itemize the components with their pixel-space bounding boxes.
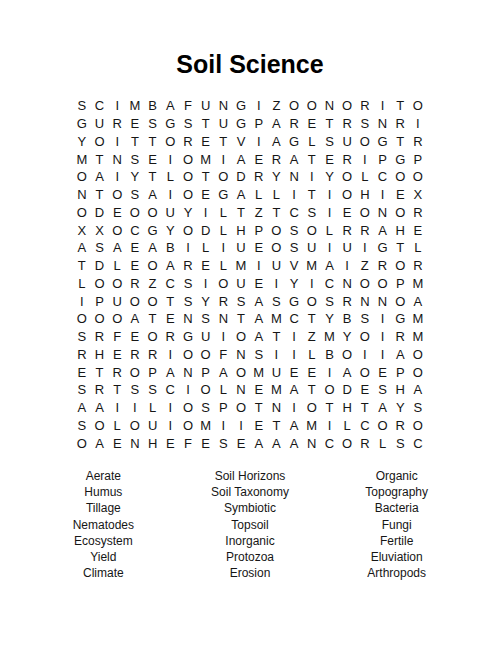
grid-cell[interactable]: R: [409, 204, 427, 222]
grid-cell[interactable]: E: [126, 328, 144, 346]
grid-cell[interactable]: L: [108, 417, 126, 435]
grid-cell[interactable]: A: [232, 186, 250, 204]
grid-cell[interactable]: L: [409, 239, 427, 257]
grid-cell[interactable]: L: [73, 275, 91, 293]
grid-cell[interactable]: I: [374, 310, 392, 328]
grid-cell[interactable]: O: [91, 417, 109, 435]
grid-cell[interactable]: E: [108, 204, 126, 222]
grid-cell[interactable]: O: [179, 221, 197, 239]
grid-cell[interactable]: M: [250, 363, 268, 381]
grid-cell[interactable]: I: [285, 399, 303, 417]
grid-cell[interactable]: R: [250, 168, 268, 186]
grid-cell[interactable]: O: [91, 275, 109, 293]
grid-cell[interactable]: L: [144, 399, 162, 417]
grid-cell[interactable]: H: [91, 346, 109, 364]
grid-cell[interactable]: I: [108, 399, 126, 417]
grid-cell[interactable]: R: [356, 97, 374, 115]
grid-cell[interactable]: C: [161, 381, 179, 399]
grid-cell[interactable]: N: [73, 186, 91, 204]
grid-cell[interactable]: I: [409, 115, 427, 133]
grid-cell[interactable]: S: [285, 239, 303, 257]
grid-cell[interactable]: N: [268, 399, 286, 417]
grid-cell[interactable]: I: [161, 417, 179, 435]
grid-cell[interactable]: C: [374, 168, 392, 186]
grid-cell[interactable]: A: [91, 399, 109, 417]
grid-cell[interactable]: P: [197, 363, 215, 381]
grid-cell[interactable]: Y: [321, 168, 339, 186]
grid-cell[interactable]: C: [161, 275, 179, 293]
grid-cell[interactable]: E: [197, 257, 215, 275]
grid-cell[interactable]: H: [391, 381, 409, 399]
grid-cell[interactable]: I: [321, 186, 339, 204]
grid-cell[interactable]: I: [215, 328, 233, 346]
grid-cell[interactable]: M: [126, 97, 144, 115]
grid-cell[interactable]: S: [197, 310, 215, 328]
grid-cell[interactable]: S: [232, 292, 250, 310]
grid-cell[interactable]: E: [409, 221, 427, 239]
grid-cell[interactable]: I: [285, 346, 303, 364]
grid-cell[interactable]: O: [303, 221, 321, 239]
grid-cell[interactable]: X: [409, 186, 427, 204]
grid-cell[interactable]: S: [144, 115, 162, 133]
grid-cell[interactable]: Z: [303, 328, 321, 346]
grid-cell[interactable]: A: [232, 150, 250, 168]
grid-cell[interactable]: E: [197, 133, 215, 151]
grid-cell[interactable]: E: [197, 434, 215, 452]
grid-cell[interactable]: O: [356, 363, 374, 381]
grid-cell[interactable]: O: [338, 97, 356, 115]
grid-cell[interactable]: E: [303, 363, 321, 381]
grid-cell[interactable]: U: [268, 257, 286, 275]
grid-cell[interactable]: E: [161, 434, 179, 452]
grid-cell[interactable]: I: [356, 239, 374, 257]
grid-cell[interactable]: U: [338, 133, 356, 151]
grid-cell[interactable]: M: [303, 417, 321, 435]
grid-cell[interactable]: N: [338, 275, 356, 293]
grid-cell[interactable]: L: [268, 186, 286, 204]
grid-cell[interactable]: O: [356, 133, 374, 151]
grid-cell[interactable]: A: [285, 434, 303, 452]
grid-cell[interactable]: O: [126, 204, 144, 222]
grid-cell[interactable]: R: [338, 115, 356, 133]
grid-cell[interactable]: U: [268, 363, 286, 381]
grid-cell[interactable]: C: [321, 275, 339, 293]
grid-cell[interactable]: T: [91, 363, 109, 381]
grid-cell[interactable]: Y: [321, 310, 339, 328]
grid-cell[interactable]: N: [374, 204, 392, 222]
grid-cell[interactable]: O: [73, 204, 91, 222]
grid-cell[interactable]: L: [215, 204, 233, 222]
grid-cell[interactable]: S: [215, 434, 233, 452]
grid-cell[interactable]: D: [197, 221, 215, 239]
grid-cell[interactable]: G: [285, 133, 303, 151]
grid-cell[interactable]: E: [73, 363, 91, 381]
grid-cell[interactable]: O: [108, 275, 126, 293]
grid-cell[interactable]: A: [268, 133, 286, 151]
grid-cell[interactable]: T: [232, 310, 250, 328]
grid-cell[interactable]: E: [197, 186, 215, 204]
grid-cell[interactable]: G: [374, 239, 392, 257]
grid-cell[interactable]: A: [108, 239, 126, 257]
grid-cell[interactable]: E: [108, 346, 126, 364]
grid-cell[interactable]: N: [285, 168, 303, 186]
grid-cell[interactable]: A: [144, 239, 162, 257]
grid-cell[interactable]: I: [303, 168, 321, 186]
grid-cell[interactable]: T: [268, 204, 286, 222]
grid-cell[interactable]: V: [285, 257, 303, 275]
grid-cell[interactable]: L: [197, 239, 215, 257]
grid-cell[interactable]: N: [215, 97, 233, 115]
grid-cell[interactable]: I: [285, 186, 303, 204]
grid-cell[interactable]: H: [144, 434, 162, 452]
grid-cell[interactable]: M: [409, 310, 427, 328]
grid-cell[interactable]: S: [73, 328, 91, 346]
grid-cell[interactable]: R: [73, 346, 91, 364]
grid-cell[interactable]: T: [91, 150, 109, 168]
grid-cell[interactable]: R: [338, 221, 356, 239]
grid-cell[interactable]: O: [391, 257, 409, 275]
grid-cell[interactable]: P: [391, 275, 409, 293]
grid-cell[interactable]: I: [321, 417, 339, 435]
grid-cell[interactable]: A: [91, 434, 109, 452]
grid-cell[interactable]: S: [179, 292, 197, 310]
grid-cell[interactable]: A: [409, 381, 427, 399]
grid-cell[interactable]: O: [232, 363, 250, 381]
grid-cell[interactable]: M: [197, 417, 215, 435]
grid-cell[interactable]: G: [215, 186, 233, 204]
grid-cell[interactable]: Y: [73, 133, 91, 151]
grid-cell[interactable]: S: [321, 292, 339, 310]
grid-cell[interactable]: E: [126, 239, 144, 257]
grid-cell[interactable]: P: [250, 115, 268, 133]
grid-cell[interactable]: L: [356, 168, 374, 186]
grid-cell[interactable]: T: [391, 239, 409, 257]
grid-cell[interactable]: R: [91, 381, 109, 399]
grid-cell[interactable]: R: [356, 221, 374, 239]
grid-cell[interactable]: R: [391, 417, 409, 435]
grid-cell[interactable]: S: [126, 381, 144, 399]
grid-cell[interactable]: O: [73, 434, 91, 452]
grid-cell[interactable]: M: [268, 310, 286, 328]
grid-cell[interactable]: A: [321, 257, 339, 275]
grid-cell[interactable]: I: [374, 186, 392, 204]
grid-cell[interactable]: S: [179, 275, 197, 293]
grid-cell[interactable]: E: [108, 434, 126, 452]
grid-cell[interactable]: A: [409, 292, 427, 310]
grid-cell[interactable]: B: [144, 97, 162, 115]
grid-cell[interactable]: A: [285, 381, 303, 399]
grid-cell[interactable]: I: [321, 239, 339, 257]
grid-cell[interactable]: T: [73, 257, 91, 275]
grid-cell[interactable]: C: [285, 204, 303, 222]
grid-cell[interactable]: I: [108, 97, 126, 115]
grid-cell[interactable]: L: [215, 257, 233, 275]
grid-cell[interactable]: I: [215, 150, 233, 168]
grid-cell[interactable]: R: [409, 133, 427, 151]
grid-cell[interactable]: R: [144, 346, 162, 364]
grid-cell[interactable]: O: [409, 168, 427, 186]
grid-cell[interactable]: O: [144, 328, 162, 346]
grid-cell[interactable]: X: [91, 221, 109, 239]
grid-cell[interactable]: P: [144, 363, 162, 381]
grid-cell[interactable]: L: [303, 133, 321, 151]
grid-cell[interactable]: O: [303, 292, 321, 310]
grid-cell[interactable]: S: [321, 133, 339, 151]
grid-cell[interactable]: H: [391, 221, 409, 239]
grid-cell[interactable]: R: [338, 292, 356, 310]
grid-cell[interactable]: S: [73, 97, 91, 115]
grid-cell[interactable]: R: [285, 115, 303, 133]
grid-cell[interactable]: Y: [338, 328, 356, 346]
grid-cell[interactable]: T: [91, 186, 109, 204]
grid-cell[interactable]: R: [374, 257, 392, 275]
grid-cell[interactable]: I: [161, 399, 179, 417]
grid-cell[interactable]: H: [232, 221, 250, 239]
grid-cell[interactable]: A: [161, 257, 179, 275]
grid-cell[interactable]: I: [179, 381, 197, 399]
grid-cell[interactable]: T: [144, 168, 162, 186]
grid-cell[interactable]: C: [126, 221, 144, 239]
grid-cell[interactable]: O: [179, 186, 197, 204]
grid-cell[interactable]: E: [338, 204, 356, 222]
grid-cell[interactable]: R: [179, 257, 197, 275]
grid-cell[interactable]: T: [303, 150, 321, 168]
grid-cell[interactable]: E: [285, 363, 303, 381]
grid-cell[interactable]: O: [179, 346, 197, 364]
grid-cell[interactable]: F: [179, 97, 197, 115]
grid-cell[interactable]: O: [338, 434, 356, 452]
grid-cell[interactable]: H: [338, 399, 356, 417]
grid-cell[interactable]: B: [321, 346, 339, 364]
grid-cell[interactable]: T: [250, 399, 268, 417]
grid-cell[interactable]: A: [91, 168, 109, 186]
grid-cell[interactable]: E: [250, 417, 268, 435]
grid-cell[interactable]: O: [91, 310, 109, 328]
grid-cell[interactable]: R: [356, 434, 374, 452]
grid-cell[interactable]: I: [126, 399, 144, 417]
grid-cell[interactable]: E: [356, 381, 374, 399]
grid-cell[interactable]: G: [161, 115, 179, 133]
grid-cell[interactable]: T: [108, 381, 126, 399]
grid-cell[interactable]: S: [285, 221, 303, 239]
grid-cell[interactable]: Y: [285, 275, 303, 293]
grid-cell[interactable]: L: [215, 381, 233, 399]
grid-cell[interactable]: N: [108, 150, 126, 168]
grid-cell[interactable]: T: [197, 115, 215, 133]
grid-cell[interactable]: I: [215, 417, 233, 435]
grid-cell[interactable]: U: [161, 204, 179, 222]
grid-cell[interactable]: T: [161, 292, 179, 310]
grid-cell[interactable]: I: [197, 204, 215, 222]
grid-cell[interactable]: O: [338, 168, 356, 186]
grid-cell[interactable]: Y: [197, 292, 215, 310]
grid-cell[interactable]: F: [179, 434, 197, 452]
grid-cell[interactable]: D: [91, 204, 109, 222]
grid-cell[interactable]: A: [215, 363, 233, 381]
grid-cell[interactable]: I: [232, 417, 250, 435]
grid-cell[interactable]: M: [268, 381, 286, 399]
grid-cell[interactable]: O: [268, 239, 286, 257]
grid-cell[interactable]: T: [391, 133, 409, 151]
grid-cell[interactable]: O: [409, 417, 427, 435]
grid-cell[interactable]: N: [374, 292, 392, 310]
grid-cell[interactable]: A: [250, 434, 268, 452]
grid-cell[interactable]: D: [91, 257, 109, 275]
grid-cell[interactable]: N: [232, 381, 250, 399]
grid-cell[interactable]: T: [303, 186, 321, 204]
grid-cell[interactable]: F: [108, 328, 126, 346]
grid-cell[interactable]: E: [250, 150, 268, 168]
grid-cell[interactable]: F: [215, 346, 233, 364]
grid-cell[interactable]: T: [303, 381, 321, 399]
grid-cell[interactable]: E: [321, 150, 339, 168]
grid-cell[interactable]: O: [179, 417, 197, 435]
grid-cell[interactable]: S: [91, 239, 109, 257]
grid-cell[interactable]: L: [374, 434, 392, 452]
grid-cell[interactable]: O: [126, 292, 144, 310]
grid-cell[interactable]: R: [268, 150, 286, 168]
grid-cell[interactable]: R: [409, 257, 427, 275]
grid-cell[interactable]: C: [321, 434, 339, 452]
grid-cell[interactable]: I: [250, 97, 268, 115]
grid-cell[interactable]: O: [108, 221, 126, 239]
grid-cell[interactable]: T: [268, 417, 286, 435]
grid-cell[interactable]: Y: [391, 399, 409, 417]
grid-cell[interactable]: O: [391, 204, 409, 222]
grid-cell[interactable]: O: [126, 363, 144, 381]
grid-cell[interactable]: O: [391, 292, 409, 310]
grid-cell[interactable]: R: [126, 346, 144, 364]
grid-cell[interactable]: E: [391, 186, 409, 204]
grid-cell[interactable]: O: [409, 97, 427, 115]
grid-cell[interactable]: P: [215, 399, 233, 417]
grid-cell[interactable]: U: [215, 115, 233, 133]
grid-cell[interactable]: E: [144, 150, 162, 168]
grid-cell[interactable]: Y: [268, 168, 286, 186]
grid-cell[interactable]: P: [374, 150, 392, 168]
grid-cell[interactable]: B: [161, 239, 179, 257]
grid-cell[interactable]: L: [303, 346, 321, 364]
grid-cell[interactable]: I: [250, 133, 268, 151]
grid-cell[interactable]: I: [197, 275, 215, 293]
grid-cell[interactable]: C: [409, 434, 427, 452]
grid-cell[interactable]: N: [215, 310, 233, 328]
grid-cell[interactable]: I: [321, 363, 339, 381]
grid-cell[interactable]: R: [108, 115, 126, 133]
grid-cell[interactable]: O: [144, 292, 162, 310]
grid-cell[interactable]: B: [338, 310, 356, 328]
grid-cell[interactable]: E: [232, 434, 250, 452]
grid-cell[interactable]: T: [144, 133, 162, 151]
grid-cell[interactable]: O: [197, 346, 215, 364]
grid-cell[interactable]: R: [179, 133, 197, 151]
grid-cell[interactable]: O: [356, 275, 374, 293]
grid-cell[interactable]: S: [356, 310, 374, 328]
grid-cell[interactable]: G: [374, 133, 392, 151]
grid-cell[interactable]: I: [338, 257, 356, 275]
grid-cell[interactable]: S: [179, 115, 197, 133]
grid-cell[interactable]: G: [285, 292, 303, 310]
grid-cell[interactable]: L: [321, 221, 339, 239]
grid-cell[interactable]: R: [338, 150, 356, 168]
grid-cell[interactable]: G: [179, 328, 197, 346]
grid-cell[interactable]: N: [179, 363, 197, 381]
grid-cell[interactable]: S: [126, 186, 144, 204]
grid-cell[interactable]: R: [161, 328, 179, 346]
grid-cell[interactable]: O: [356, 328, 374, 346]
grid-cell[interactable]: M: [73, 150, 91, 168]
grid-cell[interactable]: I: [374, 328, 392, 346]
grid-cell[interactable]: N: [126, 434, 144, 452]
grid-cell[interactable]: T: [321, 399, 339, 417]
grid-cell[interactable]: O: [338, 346, 356, 364]
grid-cell[interactable]: O: [303, 399, 321, 417]
grid-cell[interactable]: L: [108, 257, 126, 275]
grid-cell[interactable]: E: [374, 363, 392, 381]
grid-cell[interactable]: T: [321, 115, 339, 133]
grid-cell[interactable]: Z: [356, 257, 374, 275]
grid-cell[interactable]: M: [321, 328, 339, 346]
grid-cell[interactable]: H: [356, 186, 374, 204]
grid-cell[interactable]: O: [409, 363, 427, 381]
grid-cell[interactable]: O: [356, 204, 374, 222]
grid-cell[interactable]: V: [232, 133, 250, 151]
grid-cell[interactable]: M: [232, 257, 250, 275]
grid-cell[interactable]: U: [108, 292, 126, 310]
grid-cell[interactable]: U: [197, 328, 215, 346]
grid-cell[interactable]: U: [197, 97, 215, 115]
grid-cell[interactable]: G: [73, 115, 91, 133]
grid-cell[interactable]: O: [91, 133, 109, 151]
grid-cell[interactable]: S: [144, 381, 162, 399]
grid-cell[interactable]: M: [197, 150, 215, 168]
grid-cell[interactable]: O: [285, 97, 303, 115]
grid-cell[interactable]: G: [232, 115, 250, 133]
grid-cell[interactable]: O: [144, 257, 162, 275]
grid-cell[interactable]: A: [285, 150, 303, 168]
grid-cell[interactable]: A: [374, 399, 392, 417]
grid-cell[interactable]: O: [232, 328, 250, 346]
grid-cell[interactable]: A: [73, 399, 91, 417]
grid-cell[interactable]: A: [268, 115, 286, 133]
grid-cell[interactable]: O: [161, 133, 179, 151]
grid-cell[interactable]: A: [285, 417, 303, 435]
grid-cell[interactable]: I: [108, 168, 126, 186]
grid-cell[interactable]: Z: [144, 275, 162, 293]
grid-cell[interactable]: R: [108, 363, 126, 381]
grid-cell[interactable]: X: [73, 221, 91, 239]
grid-cell[interactable]: P: [391, 363, 409, 381]
grid-cell[interactable]: O: [108, 186, 126, 204]
grid-cell[interactable]: E: [250, 275, 268, 293]
grid-cell[interactable]: T: [391, 97, 409, 115]
grid-cell[interactable]: L: [250, 186, 268, 204]
grid-cell[interactable]: S: [73, 417, 91, 435]
grid-cell[interactable]: T: [215, 133, 233, 151]
grid-cell[interactable]: A: [73, 239, 91, 257]
grid-cell[interactable]: U: [338, 239, 356, 257]
grid-cell[interactable]: C: [356, 417, 374, 435]
grid-cell[interactable]: O: [215, 275, 233, 293]
grid-cell[interactable]: R: [215, 292, 233, 310]
grid-cell[interactable]: U: [232, 275, 250, 293]
grid-cell[interactable]: U: [144, 417, 162, 435]
grid-cell[interactable]: A: [144, 186, 162, 204]
grid-cell[interactable]: N: [356, 292, 374, 310]
grid-cell[interactable]: N: [179, 310, 197, 328]
grid-cell[interactable]: I: [356, 150, 374, 168]
grid-cell[interactable]: R: [91, 328, 109, 346]
